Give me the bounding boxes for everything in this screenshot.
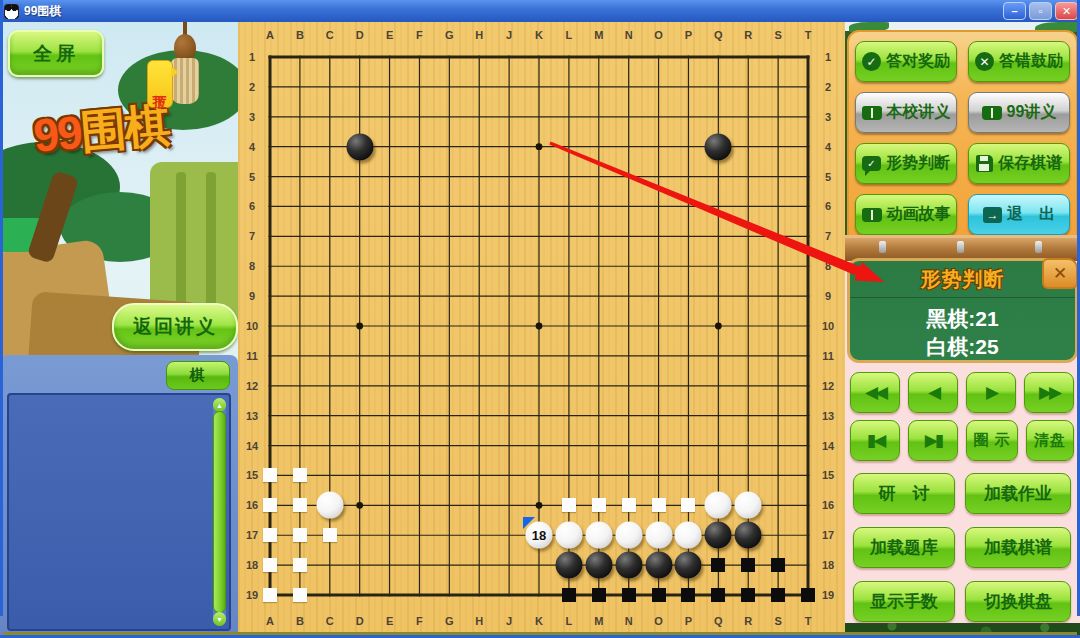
- load-kifu-button[interactable]: 加载棋谱: [965, 527, 1071, 568]
- coord-label-bottom-E: E: [386, 615, 393, 627]
- coord-label-right-13: 13: [822, 410, 834, 422]
- coord-label-right-9: 9: [825, 290, 831, 302]
- coord-label-top-N: N: [625, 29, 633, 41]
- exit-icon: →: [983, 207, 1002, 223]
- coord-label-left-6: 6: [249, 200, 255, 212]
- territory-black-O19: [652, 588, 666, 602]
- book-icon: [862, 208, 882, 222]
- scrollbar[interactable]: ▲ ▼: [213, 398, 226, 626]
- coord-label-bottom-H: H: [475, 615, 483, 627]
- fast-forward-button[interactable]: ▶▶: [1024, 372, 1074, 413]
- coord-label-bottom-F: F: [416, 615, 423, 627]
- coord-label-right-16: 16: [822, 499, 834, 511]
- coord-label-right-4: 4: [825, 141, 831, 153]
- coord-label-right-18: 18: [822, 559, 834, 571]
- territory-white-B19: [293, 588, 307, 602]
- coord-label-bottom-O: O: [654, 615, 663, 627]
- situation-close-button[interactable]: ✕: [1042, 258, 1078, 289]
- scroll-up-icon[interactable]: ▲: [213, 398, 226, 412]
- coord-label-left-17: 17: [246, 529, 258, 541]
- coord-label-right-19: 19: [822, 589, 834, 601]
- coord-label-right-7: 7: [825, 230, 831, 242]
- tool-button-label: 答错鼓励: [999, 51, 1063, 72]
- bamboo-structure: [150, 162, 238, 322]
- black-score: 黑棋:21: [850, 305, 1075, 333]
- maximize-button[interactable]: ▫: [1029, 2, 1052, 20]
- fullscreen-button[interactable]: 全屏: [8, 30, 104, 77]
- coord-label-top-H: H: [475, 29, 483, 41]
- tool-button-label: 退 出: [1007, 204, 1055, 225]
- territory-black-S18: [771, 558, 785, 572]
- tool-button-5[interactable]: ✓形势判断: [855, 143, 957, 184]
- stone-black-Q17: [705, 522, 732, 549]
- tool-button-label: 99讲义: [1007, 102, 1057, 123]
- step-forward-button[interactable]: ▶: [966, 372, 1016, 413]
- situation-judgement-panel: 形势判断 ✕ 黑棋:21 白棋:25: [847, 258, 1078, 363]
- switch-board-button[interactable]: 切换棋盘: [965, 581, 1071, 622]
- territory-white-B16: [293, 498, 307, 512]
- coord-label-bottom-M: M: [594, 615, 603, 627]
- territory-white-A19: [263, 588, 277, 602]
- tab-qi[interactable]: 棋: [166, 361, 230, 390]
- coord-label-bottom-J: J: [506, 615, 512, 627]
- territory-black-P19: [681, 588, 695, 602]
- coord-label-top-A: A: [266, 29, 274, 41]
- coord-label-right-17: 17: [822, 529, 834, 541]
- coord-label-right-12: 12: [822, 380, 834, 392]
- coord-label-left-3: 3: [249, 111, 255, 123]
- tool-button-label: 形势判断: [886, 153, 950, 174]
- coord-label-right-2: 2: [825, 81, 831, 93]
- tool-button-4[interactable]: 99讲义: [968, 92, 1070, 133]
- bubble-check-icon: ✓: [862, 156, 881, 171]
- scroll-down-icon[interactable]: ▼: [213, 612, 226, 626]
- stone-black-M18: [585, 552, 612, 579]
- coord-label-bottom-D: D: [356, 615, 364, 627]
- territory-white-O16: [652, 498, 666, 512]
- stone-white-P17: [675, 522, 702, 549]
- coord-label-right-15: 15: [822, 469, 834, 481]
- open-book-icon: [982, 106, 1002, 120]
- pulldown-tag[interactable]: 下拉: [147, 60, 173, 108]
- scroll-thumb[interactable]: [213, 411, 226, 613]
- tool-button-label: 答对奖励: [886, 51, 950, 72]
- coord-label-right-8: 8: [825, 260, 831, 272]
- check-circle-icon: ✓: [862, 52, 881, 71]
- coord-label-right-3: 3: [825, 111, 831, 123]
- coord-label-top-B: B: [296, 29, 304, 41]
- coord-label-top-L: L: [566, 29, 573, 41]
- coord-label-top-S: S: [774, 29, 781, 41]
- coord-label-left-1: 1: [249, 51, 255, 63]
- coord-label-left-5: 5: [249, 171, 255, 183]
- discuss-button[interactable]: 研 讨: [853, 473, 955, 514]
- stone-white-M17: [585, 522, 612, 549]
- tool-button-panel: ✓答对奖励✕答错鼓励本校讲义99讲义✓形势判断保存棋谱动画故事→退 出: [847, 30, 1078, 238]
- territory-white-A15: [263, 468, 277, 482]
- coord-label-right-1: 1: [825, 51, 831, 63]
- bamboo-pole: [176, 172, 186, 322]
- territory-white-L16: [562, 498, 576, 512]
- territory-black-R19: [741, 588, 755, 602]
- stone-black-L18: [555, 552, 582, 579]
- coord-label-bottom-R: R: [744, 615, 752, 627]
- go-board[interactable]: AABBCCDDEEFFGGHHJJKKLLMMNNOOPPQQRRSSTT11…: [238, 22, 845, 638]
- coord-label-top-C: C: [326, 29, 334, 41]
- back-to-lecture-button[interactable]: 返回讲义: [112, 303, 238, 351]
- coord-label-bottom-A: A: [266, 615, 274, 627]
- coord-label-top-K: K: [535, 29, 543, 41]
- coord-label-top-G: G: [445, 29, 454, 41]
- tool-button-6[interactable]: 保存棋谱: [968, 143, 1070, 184]
- fast-rewind-button[interactable]: ◀◀: [850, 372, 900, 413]
- territory-black-Q18: [711, 558, 725, 572]
- territory-white-A18: [263, 558, 277, 572]
- territory-black-S19: [771, 588, 785, 602]
- right-panel: ✓答对奖励✕答错鼓励本校讲义99讲义✓形势判断保存棋谱动画故事→退 出 形势判断…: [845, 22, 1080, 638]
- left-sidebar: 全屏 下拉 99围棋 返回讲义 棋 ▲ ▼: [0, 22, 238, 638]
- tassel-ornament: [168, 22, 202, 110]
- territory-black-L19: [562, 588, 576, 602]
- coord-label-right-11: 11: [822, 350, 834, 362]
- coord-label-top-E: E: [386, 29, 393, 41]
- coord-label-bottom-T: T: [805, 615, 812, 627]
- step-back-button[interactable]: ◀: [908, 372, 958, 413]
- stone-black-R17: [735, 522, 762, 549]
- stone-white-N17: [615, 522, 642, 549]
- panda-app-icon: [4, 4, 19, 19]
- coord-label-top-D: D: [356, 29, 364, 41]
- to-end-button[interactable]: ▶▮: [908, 420, 958, 461]
- territory-white-B15: [293, 468, 307, 482]
- coord-label-top-P: P: [685, 29, 692, 41]
- territory-white-A16: [263, 498, 277, 512]
- coord-label-bottom-C: C: [326, 615, 334, 627]
- coord-label-right-6: 6: [825, 200, 831, 212]
- territory-white-A17: [263, 528, 277, 542]
- coord-label-left-15: 15: [246, 469, 258, 481]
- coord-label-bottom-S: S: [774, 615, 781, 627]
- territory-black-R18: [741, 558, 755, 572]
- stone-white-C16: [316, 492, 343, 519]
- coord-label-left-4: 4: [249, 141, 255, 153]
- lecture-list-body: ▲ ▼: [7, 393, 231, 631]
- coord-label-top-J: J: [506, 29, 512, 41]
- coord-label-bottom-G: G: [445, 615, 454, 627]
- tool-button-1[interactable]: ✓答对奖励: [855, 41, 957, 82]
- territory-white-N16: [622, 498, 636, 512]
- coord-label-right-10: 10: [822, 320, 834, 332]
- coord-label-top-R: R: [744, 29, 752, 41]
- territory-black-M19: [592, 588, 606, 602]
- coord-label-left-2: 2: [249, 81, 255, 93]
- coord-label-left-19: 19: [246, 589, 258, 601]
- coord-label-left-13: 13: [246, 410, 258, 422]
- territory-black-Q19: [711, 588, 725, 602]
- tool-button-8[interactable]: →退 出: [968, 194, 1070, 235]
- coord-label-top-Q: Q: [714, 29, 723, 41]
- situation-title: 形势判断: [921, 266, 1005, 293]
- territory-white-B18: [293, 558, 307, 572]
- coord-label-left-12: 12: [246, 380, 258, 392]
- coord-label-left-18: 18: [246, 559, 258, 571]
- stone-black-D4: [346, 133, 373, 160]
- territory-white-C17: [323, 528, 337, 542]
- coord-label-left-11: 11: [246, 350, 258, 362]
- coord-label-bottom-P: P: [685, 615, 692, 627]
- show-move-numbers-button[interactable]: 显示手数: [853, 581, 955, 622]
- app-window: 99围棋 – ▫ ✕ 全屏 下拉 99围棋 返回讲义 棋 ▲: [0, 0, 1080, 638]
- to-start-button[interactable]: ▮◀: [850, 420, 900, 461]
- stone-white-O17: [645, 522, 672, 549]
- territory-black-T19: [801, 588, 815, 602]
- window-title: 99围棋: [24, 3, 61, 20]
- coord-label-top-T: T: [805, 29, 812, 41]
- tool-button-2[interactable]: ✕答错鼓励: [968, 41, 1070, 82]
- coord-label-top-M: M: [594, 29, 603, 41]
- close-button[interactable]: ✕: [1055, 2, 1078, 20]
- stone-black-Q4: [705, 133, 732, 160]
- coord-label-bottom-K: K: [535, 615, 543, 627]
- title-bar: 99围棋 – ▫ ✕: [0, 0, 1080, 22]
- stone-black-N18: [615, 552, 642, 579]
- tool-button-label: 保存棋谱: [998, 153, 1062, 174]
- coord-label-top-O: O: [654, 29, 663, 41]
- territory-black-N19: [622, 588, 636, 602]
- coord-label-left-14: 14: [246, 440, 258, 452]
- white-score: 白棋:25: [850, 333, 1075, 361]
- coord-label-left-7: 7: [249, 230, 255, 242]
- minimize-button[interactable]: –: [1003, 2, 1026, 20]
- floppy-icon: [976, 155, 993, 172]
- coord-label-right-14: 14: [822, 440, 834, 452]
- load-problem-set-button[interactable]: 加载题库: [853, 527, 955, 568]
- logo-99: 99: [31, 106, 83, 162]
- tool-button-label: 本校讲义: [887, 102, 951, 123]
- coord-label-left-9: 9: [249, 290, 255, 302]
- coord-label-bottom-Q: Q: [714, 615, 723, 627]
- bamboo-pole: [206, 172, 216, 322]
- clear-board-button[interactable]: 清盘: [1026, 420, 1074, 461]
- coord-label-left-10: 10: [246, 320, 258, 332]
- coord-label-right-5: 5: [825, 171, 831, 183]
- territory-white-P16: [681, 498, 695, 512]
- coord-label-bottom-L: L: [566, 615, 573, 627]
- tool-button-label: 动画故事: [887, 204, 951, 225]
- territory-white-M16: [592, 498, 606, 512]
- tool-button-3[interactable]: 本校讲义: [855, 92, 957, 133]
- load-homework-button[interactable]: 加载作业: [965, 473, 1071, 514]
- coord-label-left-8: 8: [249, 260, 255, 272]
- stone-white-L17: [555, 522, 582, 549]
- tool-button-7[interactable]: 动画故事: [855, 194, 957, 235]
- lecture-list-panel: 棋 ▲ ▼: [0, 355, 238, 638]
- stone-white-R16: [735, 492, 762, 519]
- coord-label-bottom-B: B: [296, 615, 304, 627]
- coord-label-left-16: 16: [246, 499, 258, 511]
- territory-white-B17: [293, 528, 307, 542]
- circle-mark-button[interactable]: 圈 示: [966, 420, 1018, 461]
- stone-white-Q16: [705, 492, 732, 519]
- stone-black-P18: [675, 552, 702, 579]
- stone-black-O18: [645, 552, 672, 579]
- last-move-blue-triangle-icon: [523, 517, 535, 529]
- coord-label-bottom-N: N: [625, 615, 633, 627]
- x-circle-icon: ✕: [975, 52, 994, 71]
- coord-label-top-F: F: [416, 29, 423, 41]
- open-book-icon: [862, 106, 882, 120]
